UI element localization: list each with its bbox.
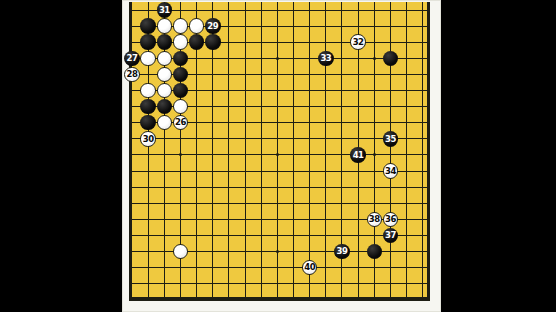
grid-line-horizontal [132, 203, 427, 204]
stone-black[interactable] [173, 67, 189, 83]
stone-black[interactable] [173, 83, 189, 99]
stone-white[interactable] [173, 244, 189, 260]
stone-white[interactable] [157, 67, 173, 83]
stone-white[interactable] [157, 115, 173, 131]
grid-line-vertical [293, 2, 294, 297]
stone-black-move-41[interactable]: 41 [350, 147, 366, 163]
move-number-label: 41 [353, 151, 364, 160]
move-number-label: 32 [353, 38, 364, 47]
move-number-label: 33 [320, 54, 331, 63]
screenshot-root: 31292728263032333541343836373940 [0, 0, 556, 312]
stone-white[interactable] [173, 18, 189, 34]
move-number-label: 31 [159, 6, 170, 15]
stone-white-move-38[interactable]: 38 [367, 212, 383, 228]
board-frame: 31292728263032333541343836373940 [122, 0, 441, 312]
stone-black[interactable] [140, 99, 156, 115]
grid-line-horizontal [132, 10, 427, 11]
stone-white[interactable] [140, 51, 156, 67]
stone-white[interactable] [157, 51, 173, 67]
grid-line-vertical [261, 2, 262, 297]
stone-black[interactable] [140, 115, 156, 131]
stone-black[interactable] [173, 51, 189, 67]
stone-white-move-32[interactable]: 32 [350, 34, 366, 50]
stone-white[interactable] [157, 18, 173, 34]
move-number-label: 28 [127, 70, 138, 79]
star-point [373, 57, 376, 60]
grid-line-horizontal [132, 154, 427, 155]
move-number-label: 39 [337, 247, 348, 256]
stone-black-move-33[interactable]: 33 [318, 51, 334, 67]
stone-white[interactable] [173, 99, 189, 115]
stone-black[interactable] [205, 34, 221, 50]
stone-black-move-37[interactable]: 37 [383, 228, 399, 244]
move-number-label: 26 [175, 118, 186, 127]
stone-black[interactable] [383, 51, 399, 67]
stone-white[interactable] [157, 83, 173, 99]
move-number-label: 30 [143, 135, 154, 144]
stone-black-move-31[interactable]: 31 [157, 2, 173, 18]
stone-black-move-39[interactable]: 39 [334, 244, 350, 260]
grid-line-vertical [228, 2, 229, 297]
stone-black[interactable] [140, 18, 156, 34]
move-number-label: 40 [304, 263, 315, 272]
star-point [179, 153, 182, 156]
stone-white-move-26[interactable]: 26 [173, 115, 189, 131]
stone-black[interactable] [189, 34, 205, 50]
grid-line-vertical [325, 2, 326, 297]
move-number-label: 35 [385, 135, 396, 144]
grid-line-horizontal [132, 283, 427, 284]
grid-line-horizontal [132, 187, 427, 188]
stone-white-move-34[interactable]: 34 [383, 163, 399, 179]
star-point [276, 153, 279, 156]
stone-white-move-36[interactable]: 36 [383, 212, 399, 228]
grid-line-horizontal [132, 267, 427, 268]
grid-line-vertical [309, 2, 310, 297]
stone-black[interactable] [140, 34, 156, 50]
stone-black-move-29[interactable]: 29 [205, 18, 221, 34]
stone-white[interactable] [173, 34, 189, 50]
stone-white-move-40[interactable]: 40 [302, 260, 318, 276]
stone-black[interactable] [367, 244, 383, 260]
star-point [276, 250, 279, 253]
stone-white-move-30[interactable]: 30 [140, 131, 156, 147]
move-number-label: 29 [207, 22, 218, 31]
move-number-label: 27 [127, 54, 138, 63]
move-number-label: 37 [385, 231, 396, 240]
stone-black[interactable] [157, 34, 173, 50]
move-number-label: 36 [385, 215, 396, 224]
star-point [276, 57, 279, 60]
stone-black-move-27[interactable]: 27 [124, 51, 140, 67]
stone-white[interactable] [189, 18, 205, 34]
stone-black[interactable] [157, 99, 173, 115]
go-board[interactable]: 31292728263032333541343836373940 [129, 2, 430, 301]
grid-line-vertical [422, 2, 423, 297]
move-number-label: 34 [385, 167, 396, 176]
grid-line-vertical [245, 2, 246, 297]
grid-line-vertical [406, 2, 407, 297]
stone-white-move-28[interactable]: 28 [124, 67, 140, 83]
grid-line-vertical [390, 2, 391, 297]
stone-white[interactable] [140, 83, 156, 99]
stone-black-move-35[interactable]: 35 [383, 131, 399, 147]
star-point [373, 153, 376, 156]
move-number-label: 38 [369, 215, 380, 224]
